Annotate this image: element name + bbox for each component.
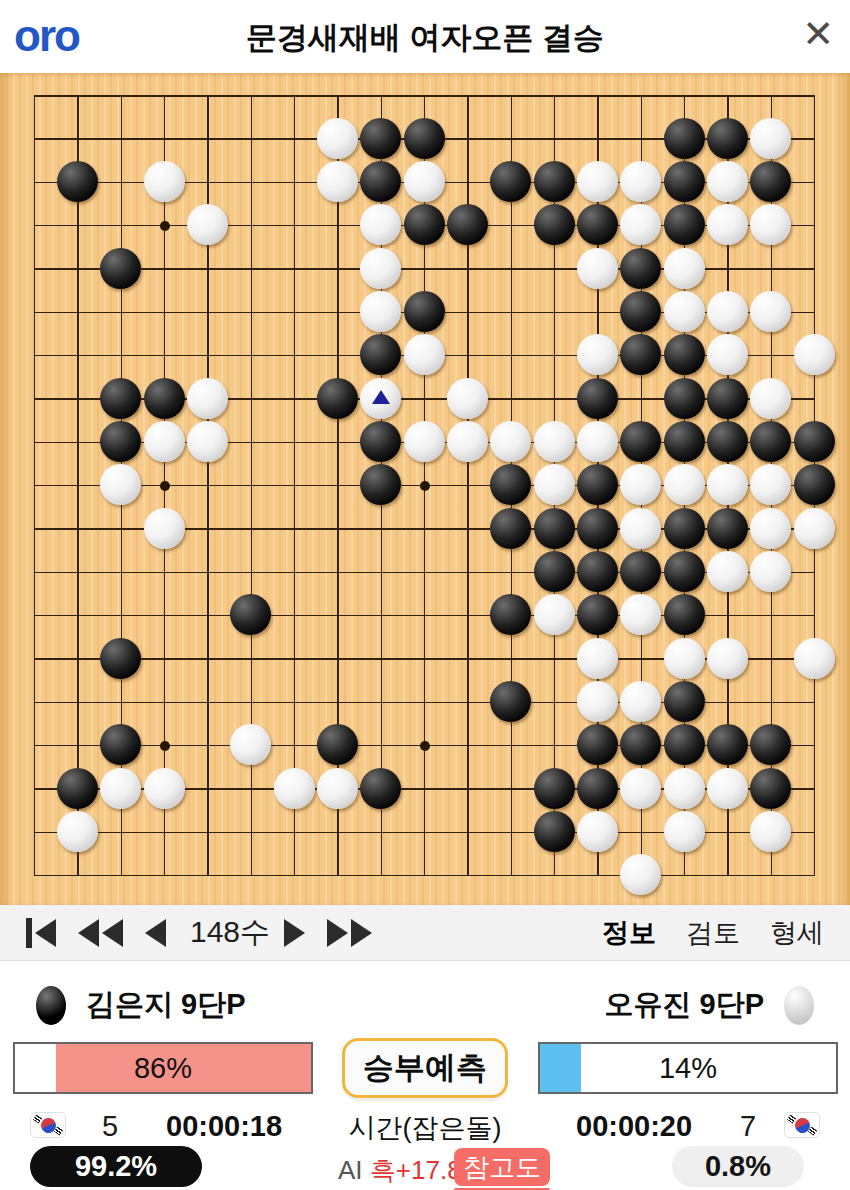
- black-player-name: 김은지 9단P: [86, 985, 246, 1025]
- board-cell: [403, 853, 446, 896]
- board-cell: [446, 333, 489, 376]
- board-cell: [576, 680, 619, 723]
- white-stone: [144, 421, 185, 462]
- board-cell: [446, 290, 489, 333]
- board-cell: [99, 767, 142, 810]
- white-stone: [187, 378, 228, 419]
- board-cell: [576, 810, 619, 853]
- board-cell: [316, 73, 359, 116]
- board-cell: [229, 810, 272, 853]
- board-cell: [316, 463, 359, 506]
- white-stone: [707, 161, 748, 202]
- board-cell: [793, 550, 836, 593]
- board-cell: [186, 333, 229, 376]
- ai-eval-text: AI 흑+17.8: [338, 1153, 462, 1188]
- board-cell: [13, 463, 56, 506]
- white-stone: [577, 248, 618, 289]
- black-stone: [447, 204, 488, 245]
- board-cell: [533, 507, 576, 550]
- board-cell: [143, 853, 186, 896]
- white-stone: [620, 161, 661, 202]
- board-cell: [316, 247, 359, 290]
- ai-score-row: 99.2% AI 흑+17.8 참고도 0.8%: [0, 1146, 850, 1190]
- white-stone: [534, 421, 575, 462]
- board-cell: [229, 723, 272, 766]
- board-cell: [533, 550, 576, 593]
- board-cell: [576, 160, 619, 203]
- white-winrate-bar: 14%: [538, 1042, 838, 1094]
- board-cell: [13, 593, 56, 636]
- board-cell: [706, 593, 749, 636]
- board-cell: [489, 810, 532, 853]
- black-stone: [750, 421, 791, 462]
- board-cell: [576, 247, 619, 290]
- board-cell: [793, 247, 836, 290]
- black-stone: [794, 421, 835, 462]
- board-cell: [186, 593, 229, 636]
- white-stone: [620, 508, 661, 549]
- board-cell: [316, 507, 359, 550]
- board-cell: [663, 680, 706, 723]
- board-cell: [273, 333, 316, 376]
- board-cell: [706, 507, 749, 550]
- board-cell: [143, 117, 186, 160]
- board-cell: [576, 203, 619, 246]
- board-cell: [576, 637, 619, 680]
- board-cell: [99, 73, 142, 116]
- board-cell: [273, 507, 316, 550]
- reference-diagram-button[interactable]: 참고도: [454, 1148, 550, 1186]
- header: oro 문경새재배 여자오픈 결승 ✕: [0, 0, 850, 73]
- board-cell: [663, 550, 706, 593]
- board-cell: [793, 73, 836, 116]
- black-stone: [360, 768, 401, 809]
- board-cell: [403, 333, 446, 376]
- board-cell: [619, 810, 662, 853]
- board-cell: [186, 637, 229, 680]
- board-cell: [489, 593, 532, 636]
- stats-row: 5 00:00:18 시간(잡은돌) 00:00:20 7: [0, 1108, 850, 1148]
- board-cell: [229, 420, 272, 463]
- white-stone: [317, 118, 358, 159]
- black-stone: [490, 161, 531, 202]
- black-stone: [620, 291, 661, 332]
- board-cell: [56, 723, 99, 766]
- board-cell: [229, 767, 272, 810]
- board-cell: [706, 160, 749, 203]
- black-stone: [577, 508, 618, 549]
- board-cell: [533, 333, 576, 376]
- board-cell: [619, 637, 662, 680]
- board-cell: [793, 463, 836, 506]
- black-stone: [620, 421, 661, 462]
- board-cell: [143, 593, 186, 636]
- board-cell: [403, 593, 446, 636]
- board-cell: [533, 117, 576, 160]
- black-stone: [230, 594, 271, 635]
- board-cell: [99, 203, 142, 246]
- board-cell: [489, 290, 532, 333]
- white-stone: [144, 508, 185, 549]
- black-stone: [577, 378, 618, 419]
- board-cell: [749, 290, 792, 333]
- board-cell: [229, 117, 272, 160]
- white-stone: [360, 248, 401, 289]
- board-cell: [56, 377, 99, 420]
- board-cell: [273, 377, 316, 420]
- board-cell: [403, 810, 446, 853]
- go-board: [0, 73, 850, 905]
- predict-button[interactable]: 승부예측: [342, 1038, 508, 1098]
- board-cell: [316, 680, 359, 723]
- board-cell: [533, 853, 576, 896]
- black-stone: [360, 421, 401, 462]
- board-cell: [143, 637, 186, 680]
- board-cell: [576, 593, 619, 636]
- white-captures: 7: [740, 1110, 756, 1143]
- board-cell: [359, 593, 402, 636]
- board-cell: [749, 853, 792, 896]
- board-cell: [316, 420, 359, 463]
- board-cell: [273, 290, 316, 333]
- black-stone: [707, 118, 748, 159]
- board-cell: [56, 160, 99, 203]
- board-cell: [99, 160, 142, 203]
- board-cell: [619, 333, 662, 376]
- board-cell: [186, 767, 229, 810]
- black-stone: [100, 378, 141, 419]
- board-cell: [619, 507, 662, 550]
- board-cell: [576, 463, 619, 506]
- black-stone: [360, 334, 401, 375]
- board-cell: [663, 507, 706, 550]
- tab-position-analysis[interactable]: 형세: [770, 915, 824, 951]
- board-cell: [489, 377, 532, 420]
- white-stone: [404, 334, 445, 375]
- board-cell: [99, 723, 142, 766]
- board-cell: [229, 377, 272, 420]
- board-cell: [359, 767, 402, 810]
- board-cell: [446, 203, 489, 246]
- board-cell: [403, 203, 446, 246]
- board-cell: [99, 290, 142, 333]
- white-stone: [447, 378, 488, 419]
- forward-button[interactable]: [284, 919, 305, 947]
- backward-button[interactable]: [145, 919, 166, 947]
- board-cell: [446, 73, 489, 116]
- board-cell: [663, 637, 706, 680]
- board-cell: [793, 420, 836, 463]
- board-cell: [229, 290, 272, 333]
- white-stone: [750, 508, 791, 549]
- board-cell: [359, 853, 402, 896]
- board-cell: [619, 420, 662, 463]
- board-cell: [273, 550, 316, 593]
- white-stone: [664, 248, 705, 289]
- board-cell: [663, 117, 706, 160]
- board-cell: [793, 203, 836, 246]
- board-cell: [273, 117, 316, 160]
- board-cell: [316, 767, 359, 810]
- fast-forward-button[interactable]: [327, 919, 372, 947]
- board-cell: [13, 203, 56, 246]
- black-stone: [707, 508, 748, 549]
- black-stone: [620, 724, 661, 765]
- move-navigation-bar: 148수 정보 검토 형세: [0, 905, 850, 961]
- board-cell: [13, 290, 56, 333]
- board-cell: [489, 203, 532, 246]
- board-cell: [13, 333, 56, 376]
- board-cell: [533, 463, 576, 506]
- black-stone: [534, 204, 575, 245]
- white-stone: [360, 291, 401, 332]
- board-cell: [13, 73, 56, 116]
- board-cell: [273, 420, 316, 463]
- board-cell: [56, 203, 99, 246]
- white-stone: [664, 768, 705, 809]
- white-stone: [100, 768, 141, 809]
- board-cell: [56, 290, 99, 333]
- board-cell: [229, 680, 272, 723]
- board-cell: [56, 810, 99, 853]
- first-move-button[interactable]: [26, 918, 56, 948]
- board-cell: [99, 463, 142, 506]
- board-cell: [749, 637, 792, 680]
- board-cell: [229, 247, 272, 290]
- board-cell: [793, 117, 836, 160]
- board-cell: [793, 593, 836, 636]
- board-cell: [793, 290, 836, 333]
- board-cell: [359, 810, 402, 853]
- board-cell: [403, 637, 446, 680]
- black-score-pill: 99.2%: [30, 1146, 202, 1187]
- black-stone: [57, 768, 98, 809]
- board-cell: [273, 247, 316, 290]
- board-cell: [749, 767, 792, 810]
- black-stone: [360, 464, 401, 505]
- board-cell: [619, 247, 662, 290]
- white-stone: [750, 378, 791, 419]
- black-stone: [664, 421, 705, 462]
- board-cell: [273, 853, 316, 896]
- board-cell: [446, 550, 489, 593]
- board-cell: [706, 377, 749, 420]
- black-stone: [534, 508, 575, 549]
- board-cell: [359, 507, 402, 550]
- board-cell: [99, 377, 142, 420]
- board-cell: [489, 463, 532, 506]
- board-cell: [706, 290, 749, 333]
- board-cell: [186, 117, 229, 160]
- board-cell: [793, 723, 836, 766]
- board-cell: [359, 290, 402, 333]
- white-stone: [577, 811, 618, 852]
- board-cell: [533, 247, 576, 290]
- board-cell: [359, 420, 402, 463]
- board-cell: [489, 853, 532, 896]
- board-cell: [446, 507, 489, 550]
- board-cell: [99, 117, 142, 160]
- black-stone: [490, 681, 531, 722]
- black-stone: [100, 248, 141, 289]
- board-cell: [576, 507, 619, 550]
- board-cell: [359, 160, 402, 203]
- board-cell: [143, 767, 186, 810]
- board-cell: [489, 680, 532, 723]
- board-cell: [749, 73, 792, 116]
- tab-review[interactable]: 검토: [686, 915, 740, 951]
- white-stone: [620, 854, 661, 895]
- white-stone: [577, 334, 618, 375]
- board-cell: [749, 723, 792, 766]
- black-stone: [664, 551, 705, 592]
- board-cell: [13, 420, 56, 463]
- board-cell: [663, 810, 706, 853]
- board-cell: [13, 637, 56, 680]
- board-cell: [13, 810, 56, 853]
- board-cell: [749, 160, 792, 203]
- white-stone: [707, 768, 748, 809]
- board-cell: [706, 637, 749, 680]
- board-cell: [663, 377, 706, 420]
- black-stone: [577, 204, 618, 245]
- board-cell: [316, 203, 359, 246]
- white-stone: [750, 811, 791, 852]
- board-cell: [273, 160, 316, 203]
- board-cell: [99, 593, 142, 636]
- white-stone: [577, 681, 618, 722]
- white-stone: [664, 464, 705, 505]
- board-cell: [229, 637, 272, 680]
- board-cell: [56, 507, 99, 550]
- board-cell: [99, 637, 142, 680]
- board-cell: [663, 160, 706, 203]
- board-cell: [533, 203, 576, 246]
- black-stone: [664, 681, 705, 722]
- board-cell: [316, 637, 359, 680]
- board-cell: [749, 247, 792, 290]
- board-cell: [793, 507, 836, 550]
- board-cell: [186, 463, 229, 506]
- board-cell: [13, 680, 56, 723]
- black-stone: [664, 724, 705, 765]
- board-cell: [316, 723, 359, 766]
- board-cell: [143, 420, 186, 463]
- board-cell: [359, 637, 402, 680]
- board-cell: [403, 723, 446, 766]
- black-stone: [144, 378, 185, 419]
- board-cell: [793, 680, 836, 723]
- board-cell: [273, 680, 316, 723]
- white-stone: [620, 594, 661, 635]
- black-stone: [490, 508, 531, 549]
- board-cell: [619, 680, 662, 723]
- white-stone: [707, 291, 748, 332]
- board-cell: [403, 420, 446, 463]
- board-cell: [143, 203, 186, 246]
- close-icon[interactable]: ✕: [802, 12, 834, 56]
- board-cell: [316, 810, 359, 853]
- board-cell: [706, 117, 749, 160]
- black-stone: [360, 161, 401, 202]
- white-stone: [794, 334, 835, 375]
- board-cell: [793, 377, 836, 420]
- board-cell: [273, 723, 316, 766]
- board-cell: [533, 73, 576, 116]
- tab-info[interactable]: 정보: [602, 915, 656, 951]
- black-stone: [534, 551, 575, 592]
- board-cell: [576, 420, 619, 463]
- board-cell: [143, 333, 186, 376]
- white-stone: [707, 551, 748, 592]
- black-stone-icon: [36, 986, 66, 1025]
- board-cell: [229, 593, 272, 636]
- board-cell: [13, 853, 56, 896]
- board-cell: [99, 680, 142, 723]
- white-stone: [534, 594, 575, 635]
- white-stone: [577, 421, 618, 462]
- board-cell: [489, 420, 532, 463]
- board-cell: [749, 810, 792, 853]
- board-cell: [56, 247, 99, 290]
- board-cell: [359, 333, 402, 376]
- white-player-name: 오유진 9단P: [604, 985, 764, 1025]
- black-stone: [577, 464, 618, 505]
- board-cell: [13, 377, 56, 420]
- board-cell: [316, 160, 359, 203]
- black-stone: [577, 594, 618, 635]
- board-cell: [749, 550, 792, 593]
- board-cell: [56, 333, 99, 376]
- board-cell: [316, 290, 359, 333]
- white-stone: [144, 161, 185, 202]
- board-cell: [56, 117, 99, 160]
- board-cell: [56, 680, 99, 723]
- board-cell: [273, 593, 316, 636]
- board-cell: [316, 377, 359, 420]
- board-cell: [619, 73, 662, 116]
- board-cell: [619, 117, 662, 160]
- white-time: 00:00:20: [576, 1110, 692, 1143]
- board-cell: [619, 203, 662, 246]
- board-cell: [489, 73, 532, 116]
- board-cell: [533, 680, 576, 723]
- board-cell: [706, 203, 749, 246]
- board-cell: [446, 767, 489, 810]
- board-cell: [143, 507, 186, 550]
- board-cell: [229, 73, 272, 116]
- board-cell: [706, 463, 749, 506]
- white-stone: [750, 118, 791, 159]
- white-stone: [620, 464, 661, 505]
- board-cell: [706, 853, 749, 896]
- forward-icon: [284, 919, 305, 947]
- board-cell: [229, 160, 272, 203]
- board-cell: [143, 723, 186, 766]
- first-move-icon: [26, 918, 32, 948]
- board-cell: [663, 290, 706, 333]
- board-cell: [403, 377, 446, 420]
- board-cell: [533, 290, 576, 333]
- fast-backward-button[interactable]: [78, 919, 123, 947]
- board-cell: [143, 247, 186, 290]
- white-stone: [750, 551, 791, 592]
- board-cell: [143, 160, 186, 203]
- board-cell: [13, 550, 56, 593]
- board-cell: [706, 333, 749, 376]
- board-cell: [619, 463, 662, 506]
- board-cell: [706, 810, 749, 853]
